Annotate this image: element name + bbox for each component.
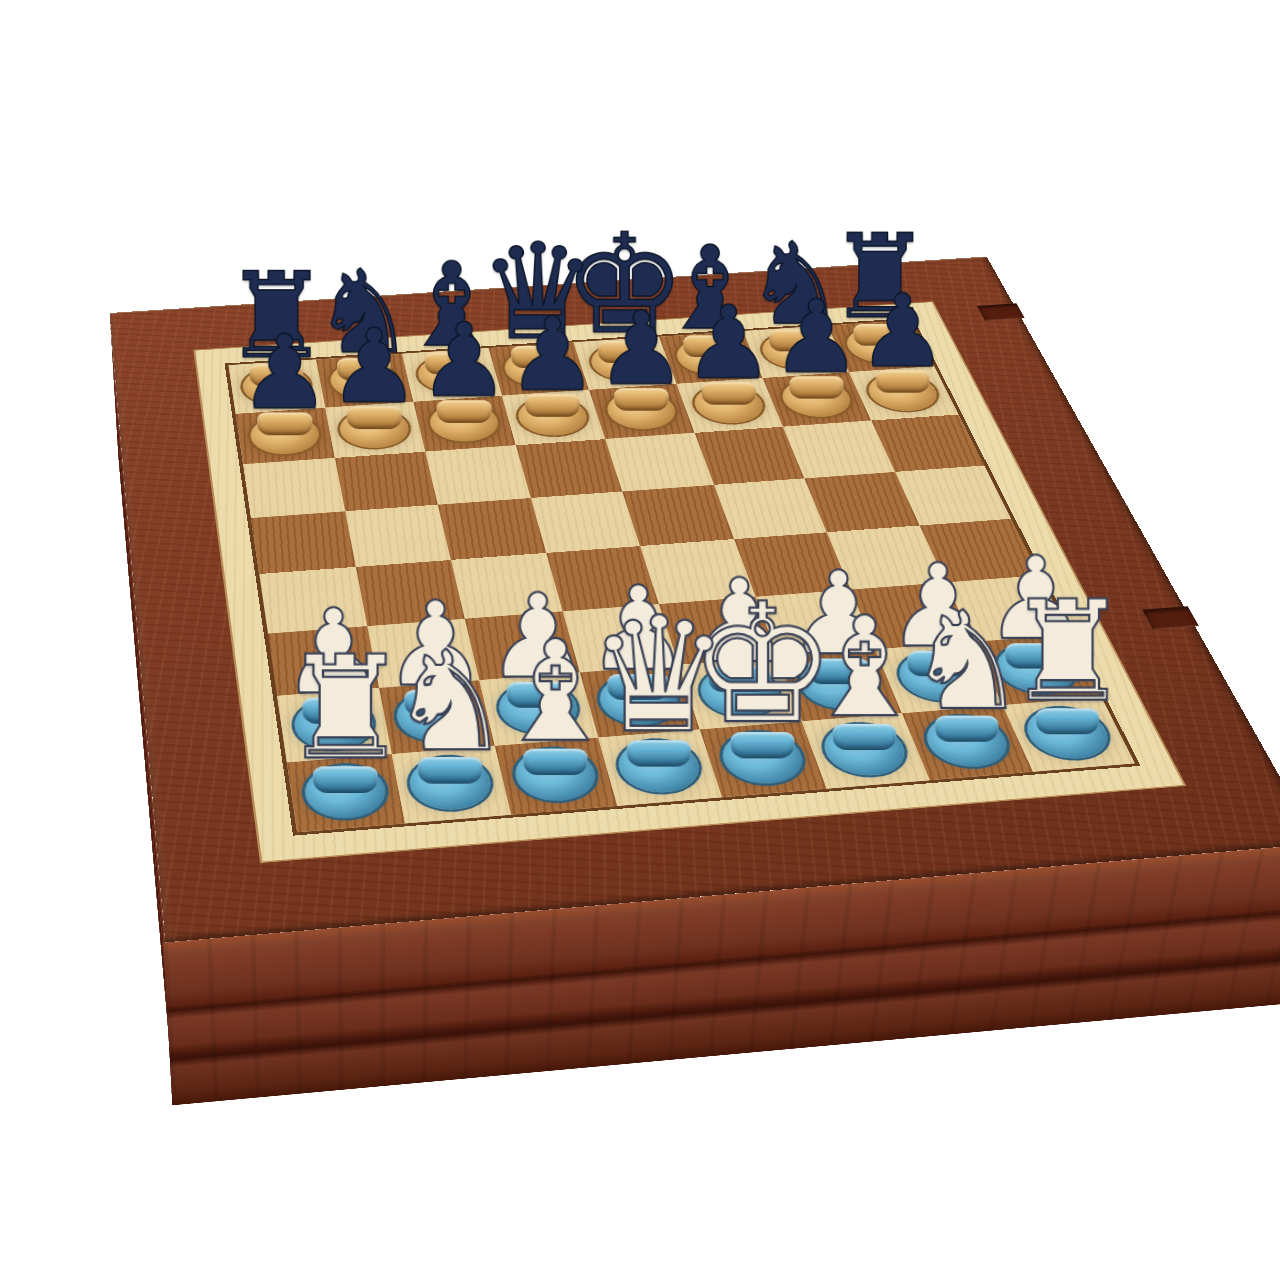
white-rook-figurine: ♜	[256, 642, 434, 792]
square-c6[interactable]	[425, 445, 530, 504]
white-rook-icon: ♜	[281, 642, 409, 773]
square-a5[interactable]	[251, 511, 355, 574]
square-d5[interactable]	[530, 491, 640, 553]
black-pawn-icon: ♟	[239, 325, 331, 419]
perspective-stage: ♜♞♝♛♚♝♞♜♟♟♟♟♟♟♟♟♟♟♟♟♟♟♟♟♜♞♝♛♚♝♞♜	[0, 0, 1280, 1280]
square-b5[interactable]	[345, 504, 451, 567]
square-a1[interactable]: ♜	[287, 754, 405, 832]
square-a7[interactable]: ♟	[236, 408, 335, 465]
lid-finger-notch-far	[977, 303, 1025, 321]
square-h6[interactable]	[871, 414, 984, 471]
product-photo-scene: ♜♞♝♛♚♝♞♜♟♟♟♟♟♟♟♟♟♟♟♟♟♟♟♟♜♞♝♛♚♝♞♜	[0, 0, 1280, 1280]
square-e5[interactable]	[622, 485, 734, 546]
board-top-surface: ♜♞♝♛♚♝♞♜♟♟♟♟♟♟♟♟♟♟♟♟♟♟♟♟♜♞♝♛♚♝♞♜	[110, 257, 1280, 943]
chess-box: ♜♞♝♛♚♝♞♜♟♟♟♟♟♟♟♟♟♟♟♟♟♟♟♟♜♞♝♛♚♝♞♜	[110, 257, 1280, 943]
black-pawn-figurine: ♟	[209, 325, 361, 435]
checkerboard: ♜♞♝♛♚♝♞♜♟♟♟♟♟♟♟♟♟♟♟♟♟♟♟♟♜♞♝♛♚♝♞♜	[225, 318, 1141, 836]
square-f6[interactable]	[694, 427, 804, 485]
square-d6[interactable]	[515, 439, 622, 498]
